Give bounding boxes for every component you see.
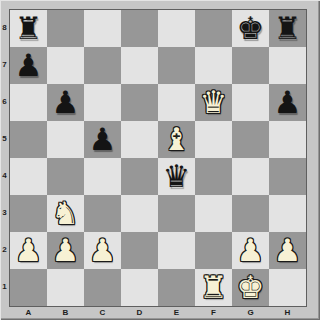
square-e6[interactable] (158, 84, 195, 121)
piece-white-knight-b3[interactable]: ♞ (47, 195, 84, 232)
file-label-d: D (121, 307, 158, 318)
piece-black-rook-h8[interactable]: ♜ (269, 10, 306, 47)
square-b7[interactable] (47, 47, 84, 84)
square-c1[interactable] (84, 269, 121, 306)
square-g3[interactable] (232, 195, 269, 232)
square-h4[interactable] (269, 158, 306, 195)
square-e7[interactable] (158, 47, 195, 84)
file-label-c: C (84, 307, 121, 318)
square-h2[interactable]: ♟ (269, 232, 306, 269)
piece-white-rook-f1[interactable]: ♜ (195, 269, 232, 306)
square-a4[interactable] (10, 158, 47, 195)
square-g8[interactable]: ♚ (232, 10, 269, 47)
piece-black-king-g8[interactable]: ♚ (232, 10, 269, 47)
square-d8[interactable] (121, 10, 158, 47)
square-a1[interactable] (10, 269, 47, 306)
piece-white-pawn-c2[interactable]: ♟ (84, 232, 121, 269)
piece-black-pawn-b6[interactable]: ♟ (47, 84, 84, 121)
piece-black-queen-e4[interactable]: ♛ (158, 158, 195, 195)
square-f6[interactable]: ♛ (195, 84, 232, 121)
square-a8[interactable]: ♜ (10, 10, 47, 47)
square-c8[interactable] (84, 10, 121, 47)
square-d6[interactable] (121, 84, 158, 121)
square-a3[interactable] (10, 195, 47, 232)
square-b4[interactable] (47, 158, 84, 195)
square-h1[interactable] (269, 269, 306, 306)
rank-label-2: 2 (0, 231, 9, 268)
piece-white-queen-f6[interactable]: ♛ (195, 84, 232, 121)
square-e1[interactable] (158, 269, 195, 306)
square-e2[interactable] (158, 232, 195, 269)
rank-label-6: 6 (0, 83, 9, 120)
piece-white-king-g1[interactable]: ♚ (232, 269, 269, 306)
square-f8[interactable] (195, 10, 232, 47)
rank-label-4: 4 (0, 157, 9, 194)
square-g4[interactable] (232, 158, 269, 195)
rank-label-5: 5 (0, 120, 9, 157)
square-b2[interactable]: ♟ (47, 232, 84, 269)
square-d5[interactable] (121, 121, 158, 158)
square-g6[interactable] (232, 84, 269, 121)
piece-white-pawn-a2[interactable]: ♟ (10, 232, 47, 269)
square-f7[interactable] (195, 47, 232, 84)
square-e5[interactable]: ♝ (158, 121, 195, 158)
square-e8[interactable] (158, 10, 195, 47)
rank-label-7: 7 (0, 46, 9, 83)
file-label-h: H (269, 307, 306, 318)
square-g7[interactable] (232, 47, 269, 84)
square-c7[interactable] (84, 47, 121, 84)
file-label-b: B (47, 307, 84, 318)
square-b3[interactable]: ♞ (47, 195, 84, 232)
piece-white-pawn-h2[interactable]: ♟ (269, 232, 306, 269)
square-a2[interactable]: ♟ (10, 232, 47, 269)
diagram-frame: ♜♚♜♟♟♛♟♟♝♛♞♟♟♟♟♟♜♚ 87654321 ABCDEFGH (0, 0, 320, 320)
file-label-e: E (158, 307, 195, 318)
file-label-f: F (195, 307, 232, 318)
file-label-g: G (232, 307, 269, 318)
square-c6[interactable] (84, 84, 121, 121)
file-label-a: A (10, 307, 47, 318)
square-g2[interactable]: ♟ (232, 232, 269, 269)
square-f3[interactable] (195, 195, 232, 232)
square-g5[interactable] (232, 121, 269, 158)
square-h8[interactable]: ♜ (269, 10, 306, 47)
square-a5[interactable] (10, 121, 47, 158)
square-b1[interactable] (47, 269, 84, 306)
square-f4[interactable] (195, 158, 232, 195)
square-b8[interactable] (47, 10, 84, 47)
piece-black-pawn-a7[interactable]: ♟ (10, 47, 47, 84)
piece-white-pawn-b2[interactable]: ♟ (47, 232, 84, 269)
square-c4[interactable] (84, 158, 121, 195)
chess-board: ♜♚♜♟♟♛♟♟♝♛♞♟♟♟♟♟♜♚ (9, 9, 307, 307)
square-h6[interactable]: ♟ (269, 84, 306, 121)
piece-black-rook-a8[interactable]: ♜ (10, 10, 47, 47)
square-h7[interactable] (269, 47, 306, 84)
square-c2[interactable]: ♟ (84, 232, 121, 269)
square-h5[interactable] (269, 121, 306, 158)
piece-white-bishop-e5[interactable]: ♝ (158, 121, 195, 158)
square-e3[interactable] (158, 195, 195, 232)
square-d2[interactable] (121, 232, 158, 269)
piece-black-pawn-c5[interactable]: ♟ (84, 121, 121, 158)
square-h3[interactable] (269, 195, 306, 232)
square-c3[interactable] (84, 195, 121, 232)
square-f2[interactable] (195, 232, 232, 269)
square-a7[interactable]: ♟ (10, 47, 47, 84)
square-g1[interactable]: ♚ (232, 269, 269, 306)
square-d3[interactable] (121, 195, 158, 232)
square-e4[interactable]: ♛ (158, 158, 195, 195)
rank-label-3: 3 (0, 194, 9, 231)
square-d1[interactable] (121, 269, 158, 306)
piece-black-pawn-h6[interactable]: ♟ (269, 84, 306, 121)
square-d4[interactable] (121, 158, 158, 195)
piece-white-pawn-g2[interactable]: ♟ (232, 232, 269, 269)
square-b6[interactable]: ♟ (47, 84, 84, 121)
square-a6[interactable] (10, 84, 47, 121)
square-f5[interactable] (195, 121, 232, 158)
square-d7[interactable] (121, 47, 158, 84)
square-b5[interactable] (47, 121, 84, 158)
square-f1[interactable]: ♜ (195, 269, 232, 306)
rank-label-1: 1 (0, 268, 9, 305)
rank-label-8: 8 (0, 9, 9, 46)
square-c5[interactable]: ♟ (84, 121, 121, 158)
